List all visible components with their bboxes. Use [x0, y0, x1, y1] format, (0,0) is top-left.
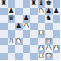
square-e8[interactable]: ♜	[30, 0, 38, 8]
square-f4[interactable]: ♜	[38, 30, 46, 38]
square-c2[interactable]	[15, 45, 23, 53]
square-g3[interactable]: ♛	[45, 38, 53, 46]
square-d2[interactable]	[23, 45, 31, 53]
square-e6[interactable]	[30, 15, 38, 23]
square-g7[interactable]: ♟	[45, 8, 53, 16]
square-a5[interactable]	[0, 23, 8, 31]
square-b3[interactable]: ♝	[8, 38, 16, 46]
square-h6[interactable]	[53, 15, 61, 23]
white-pawn-h2[interactable]: ♟	[53, 45, 59, 52]
black-king-g8[interactable]: ♚	[46, 0, 52, 7]
square-a4[interactable]	[0, 30, 8, 38]
black-pawn-c5[interactable]: ♟	[16, 23, 22, 30]
square-f3[interactable]	[38, 38, 46, 46]
square-d4[interactable]	[23, 30, 31, 38]
square-b8[interactable]	[8, 0, 16, 8]
square-d5[interactable]: ♟	[23, 23, 31, 31]
white-queen-g3[interactable]: ♛	[46, 38, 52, 45]
square-f2[interactable]: ♟	[38, 45, 46, 53]
square-e1[interactable]	[30, 53, 38, 61]
white-pawn-g2[interactable]: ♟	[46, 45, 52, 52]
square-h1[interactable]	[53, 53, 61, 61]
square-g1[interactable]: ♚	[45, 53, 53, 61]
square-h4[interactable]	[53, 30, 61, 38]
square-a7[interactable]	[0, 8, 8, 16]
square-c6[interactable]	[15, 15, 23, 23]
square-a3[interactable]	[0, 38, 8, 46]
black-knight-g6[interactable]: ♞	[46, 15, 52, 22]
square-c8[interactable]	[15, 0, 23, 8]
square-e2[interactable]	[30, 45, 38, 53]
square-b5[interactable]	[8, 23, 16, 31]
square-e7[interactable]	[30, 8, 38, 16]
square-c4[interactable]	[15, 30, 23, 38]
square-b7[interactable]: ♟	[8, 8, 16, 16]
square-b2[interactable]	[8, 45, 16, 53]
square-a1[interactable]	[0, 53, 8, 61]
square-d1[interactable]	[23, 53, 31, 61]
black-pawn-h7[interactable]: ♟	[53, 8, 59, 15]
square-c3[interactable]: ♞	[15, 38, 23, 46]
white-rook-f1[interactable]: ♜	[38, 53, 44, 60]
black-rook-e8[interactable]: ♜	[31, 0, 37, 7]
square-c5[interactable]: ♟	[15, 23, 23, 31]
square-a2[interactable]	[0, 45, 8, 53]
square-c7[interactable]	[15, 8, 23, 16]
square-g8[interactable]: ♚	[45, 0, 53, 8]
square-g4[interactable]	[45, 30, 53, 38]
square-e5[interactable]	[30, 23, 38, 31]
black-pawn-d6[interactable]: ♟	[23, 15, 29, 22]
square-d7[interactable]	[23, 8, 31, 16]
chess-board: ♜♜♝♚♟♞♟♟♛♟♞♟♟♜♝♞♛♟♟♟♜♚	[0, 0, 60, 60]
black-queen-b6[interactable]: ♛	[8, 15, 14, 22]
square-b4[interactable]	[8, 30, 16, 38]
square-f1[interactable]: ♜	[38, 53, 46, 61]
white-knight-f7[interactable]: ♞	[38, 8, 44, 15]
white-pawn-d5[interactable]: ♟	[23, 23, 29, 30]
white-rook-f4[interactable]: ♜	[38, 30, 44, 37]
square-d8[interactable]	[23, 0, 31, 8]
square-h7[interactable]: ♟	[53, 8, 61, 16]
square-h5[interactable]	[53, 23, 61, 31]
square-c1[interactable]	[15, 53, 23, 61]
square-d3[interactable]	[23, 38, 31, 46]
white-king-g1[interactable]: ♚	[46, 53, 52, 60]
square-h2[interactable]: ♟	[53, 45, 61, 53]
square-f6[interactable]	[38, 15, 46, 23]
black-pawn-g7[interactable]: ♟	[46, 8, 52, 15]
square-e4[interactable]	[30, 30, 38, 38]
square-b1[interactable]	[8, 53, 16, 61]
square-d6[interactable]: ♟	[23, 15, 31, 23]
square-h3[interactable]	[53, 38, 61, 46]
white-pawn-f2[interactable]: ♟	[38, 45, 44, 52]
black-pawn-b7[interactable]: ♟	[8, 8, 14, 15]
black-rook-a8[interactable]: ♜	[1, 0, 7, 7]
square-a6[interactable]	[0, 15, 8, 23]
square-e3[interactable]	[30, 38, 38, 46]
square-g5[interactable]	[45, 23, 53, 31]
square-h8[interactable]	[53, 0, 61, 8]
white-knight-c3[interactable]: ♞	[16, 38, 22, 45]
square-a8[interactable]: ♜	[0, 0, 8, 8]
square-b6[interactable]: ♛	[8, 15, 16, 23]
square-g2[interactable]: ♟	[45, 45, 53, 53]
black-bishop-f8[interactable]: ♝	[38, 0, 44, 7]
white-bishop-b3[interactable]: ♝	[8, 38, 14, 45]
square-f5[interactable]	[38, 23, 46, 31]
square-f8[interactable]: ♝	[38, 0, 46, 8]
square-f7[interactable]: ♞	[38, 8, 46, 16]
square-g6[interactable]: ♞	[45, 15, 53, 23]
